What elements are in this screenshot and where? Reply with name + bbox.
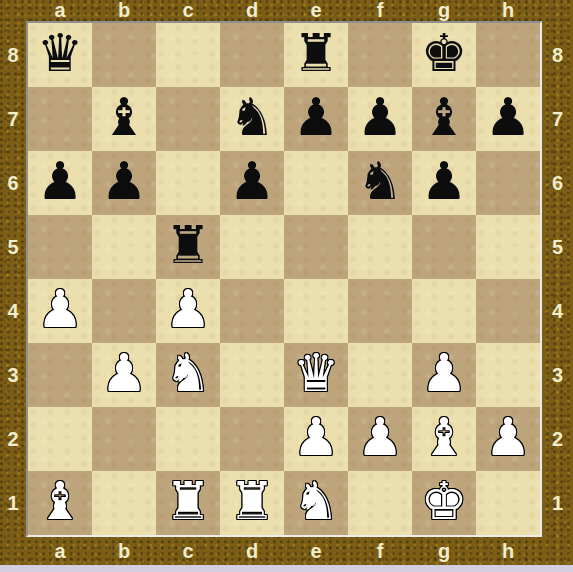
square-g7[interactable]: ♝: [412, 87, 476, 151]
black-pawn[interactable]: ♟: [357, 91, 404, 143]
square-d3[interactable]: [220, 343, 284, 407]
square-f7[interactable]: ♟: [348, 87, 412, 151]
square-e5[interactable]: [284, 215, 348, 279]
white-pawn[interactable]: ♟: [357, 411, 404, 463]
square-a3[interactable]: [28, 343, 92, 407]
square-d5[interactable]: [220, 215, 284, 279]
square-d8[interactable]: [220, 23, 284, 87]
file-label-f: f: [348, 539, 412, 563]
chess-board[interactable]: ♛♜♚♝♞♟♟♝♟♟♟♟♞♟♜♟♟♟♞♛♟♟♟♝♟♝♜♜♞♚: [26, 21, 542, 537]
square-b3[interactable]: ♟: [92, 343, 156, 407]
square-d6[interactable]: ♟: [220, 151, 284, 215]
white-bishop[interactable]: ♝: [421, 411, 468, 463]
square-a5[interactable]: [28, 215, 92, 279]
square-a1[interactable]: ♝: [28, 471, 92, 535]
square-a7[interactable]: [28, 87, 92, 151]
file-labels-bottom: abcdefgh: [28, 539, 540, 563]
white-king[interactable]: ♚: [421, 475, 468, 527]
file-label-b: b: [92, 539, 156, 563]
black-pawn[interactable]: ♟: [421, 155, 468, 207]
square-g4[interactable]: [412, 279, 476, 343]
window-background-strip: [0, 565, 573, 572]
white-rook[interactable]: ♜: [165, 475, 212, 527]
square-h4[interactable]: [476, 279, 540, 343]
file-label-e: e: [284, 0, 348, 21]
black-pawn[interactable]: ♟: [101, 155, 148, 207]
square-a2[interactable]: [28, 407, 92, 471]
square-e1[interactable]: ♞: [284, 471, 348, 535]
square-e3[interactable]: ♛: [284, 343, 348, 407]
black-pawn[interactable]: ♟: [37, 155, 84, 207]
square-e8[interactable]: ♜: [284, 23, 348, 87]
square-c1[interactable]: ♜: [156, 471, 220, 535]
square-d2[interactable]: [220, 407, 284, 471]
black-queen[interactable]: ♛: [37, 27, 84, 79]
square-h3[interactable]: [476, 343, 540, 407]
file-label-d: d: [220, 0, 284, 21]
rank-labels-right: 87654321: [542, 23, 573, 535]
white-bishop[interactable]: ♝: [37, 475, 84, 527]
square-c2[interactable]: [156, 407, 220, 471]
square-d4[interactable]: [220, 279, 284, 343]
file-label-c: c: [156, 539, 220, 563]
rank-label-1: 1: [542, 471, 573, 535]
square-h5[interactable]: [476, 215, 540, 279]
square-h2[interactable]: ♟: [476, 407, 540, 471]
black-knight[interactable]: ♞: [357, 155, 404, 207]
square-a6[interactable]: ♟: [28, 151, 92, 215]
rank-label-1: 1: [0, 471, 26, 535]
rank-label-3: 3: [542, 343, 573, 407]
rank-label-6: 6: [542, 151, 573, 215]
rank-label-2: 2: [0, 407, 26, 471]
rank-label-8: 8: [0, 23, 26, 87]
rank-label-7: 7: [542, 87, 573, 151]
black-pawn[interactable]: ♟: [293, 91, 340, 143]
black-bishop[interactable]: ♝: [421, 91, 468, 143]
file-label-g: g: [412, 0, 476, 21]
square-f3[interactable]: [348, 343, 412, 407]
black-pawn[interactable]: ♟: [229, 155, 276, 207]
rank-labels-left: 87654321: [0, 23, 26, 535]
rank-label-6: 6: [0, 151, 26, 215]
square-c5[interactable]: ♜: [156, 215, 220, 279]
square-g1[interactable]: ♚: [412, 471, 476, 535]
black-rook[interactable]: ♜: [165, 219, 212, 271]
rank-label-2: 2: [542, 407, 573, 471]
black-rook[interactable]: ♜: [293, 27, 340, 79]
file-labels-top: abcdefgh: [28, 0, 540, 21]
square-g2[interactable]: ♝: [412, 407, 476, 471]
square-a8[interactable]: ♛: [28, 23, 92, 87]
black-pawn[interactable]: ♟: [485, 91, 532, 143]
square-h8[interactable]: [476, 23, 540, 87]
square-f2[interactable]: ♟: [348, 407, 412, 471]
square-b7[interactable]: ♝: [92, 87, 156, 151]
white-rook[interactable]: ♜: [229, 475, 276, 527]
square-h7[interactable]: ♟: [476, 87, 540, 151]
square-f5[interactable]: [348, 215, 412, 279]
square-f8[interactable]: [348, 23, 412, 87]
file-label-f: f: [348, 0, 412, 21]
square-f4[interactable]: [348, 279, 412, 343]
square-h6[interactable]: [476, 151, 540, 215]
square-g8[interactable]: ♚: [412, 23, 476, 87]
board-frame: abcdefgh abcdefgh 87654321 87654321 ♛♜♚♝…: [0, 0, 573, 565]
file-label-a: a: [28, 539, 92, 563]
rank-label-4: 4: [542, 279, 573, 343]
square-b4[interactable]: [92, 279, 156, 343]
square-b8[interactable]: [92, 23, 156, 87]
square-g3[interactable]: ♟: [412, 343, 476, 407]
rank-label-8: 8: [542, 23, 573, 87]
white-pawn[interactable]: ♟: [165, 283, 212, 335]
square-c4[interactable]: ♟: [156, 279, 220, 343]
rank-label-3: 3: [0, 343, 26, 407]
white-pawn[interactable]: ♟: [485, 411, 532, 463]
file-label-h: h: [476, 0, 540, 21]
black-knight[interactable]: ♞: [229, 91, 276, 143]
rank-label-5: 5: [542, 215, 573, 279]
white-pawn[interactable]: ♟: [37, 283, 84, 335]
square-a4[interactable]: ♟: [28, 279, 92, 343]
rank-label-5: 5: [0, 215, 26, 279]
square-b5[interactable]: [92, 215, 156, 279]
file-label-b: b: [92, 0, 156, 21]
square-e4[interactable]: [284, 279, 348, 343]
file-label-c: c: [156, 0, 220, 21]
square-c6[interactable]: [156, 151, 220, 215]
square-h1[interactable]: [476, 471, 540, 535]
black-king[interactable]: ♚: [421, 27, 468, 79]
file-label-g: g: [412, 539, 476, 563]
white-pawn[interactable]: ♟: [293, 411, 340, 463]
white-knight[interactable]: ♞: [293, 475, 340, 527]
rank-label-4: 4: [0, 279, 26, 343]
square-b2[interactable]: [92, 407, 156, 471]
square-d7[interactable]: ♞: [220, 87, 284, 151]
rank-label-7: 7: [0, 87, 26, 151]
white-knight[interactable]: ♞: [165, 347, 212, 399]
square-d1[interactable]: ♜: [220, 471, 284, 535]
square-e2[interactable]: ♟: [284, 407, 348, 471]
file-label-h: h: [476, 539, 540, 563]
square-f1[interactable]: [348, 471, 412, 535]
square-f6[interactable]: ♞: [348, 151, 412, 215]
square-c3[interactable]: ♞: [156, 343, 220, 407]
square-c8[interactable]: [156, 23, 220, 87]
square-g5[interactable]: [412, 215, 476, 279]
file-label-e: e: [284, 539, 348, 563]
black-bishop[interactable]: ♝: [101, 91, 148, 143]
square-g6[interactable]: ♟: [412, 151, 476, 215]
square-b1[interactable]: [92, 471, 156, 535]
square-c7[interactable]: [156, 87, 220, 151]
square-b6[interactable]: ♟: [92, 151, 156, 215]
white-pawn[interactable]: ♟: [421, 347, 468, 399]
file-label-a: a: [28, 0, 92, 21]
square-e6[interactable]: [284, 151, 348, 215]
square-e7[interactable]: ♟: [284, 87, 348, 151]
file-label-d: d: [220, 539, 284, 563]
white-pawn[interactable]: ♟: [101, 347, 148, 399]
white-queen[interactable]: ♛: [293, 347, 340, 399]
